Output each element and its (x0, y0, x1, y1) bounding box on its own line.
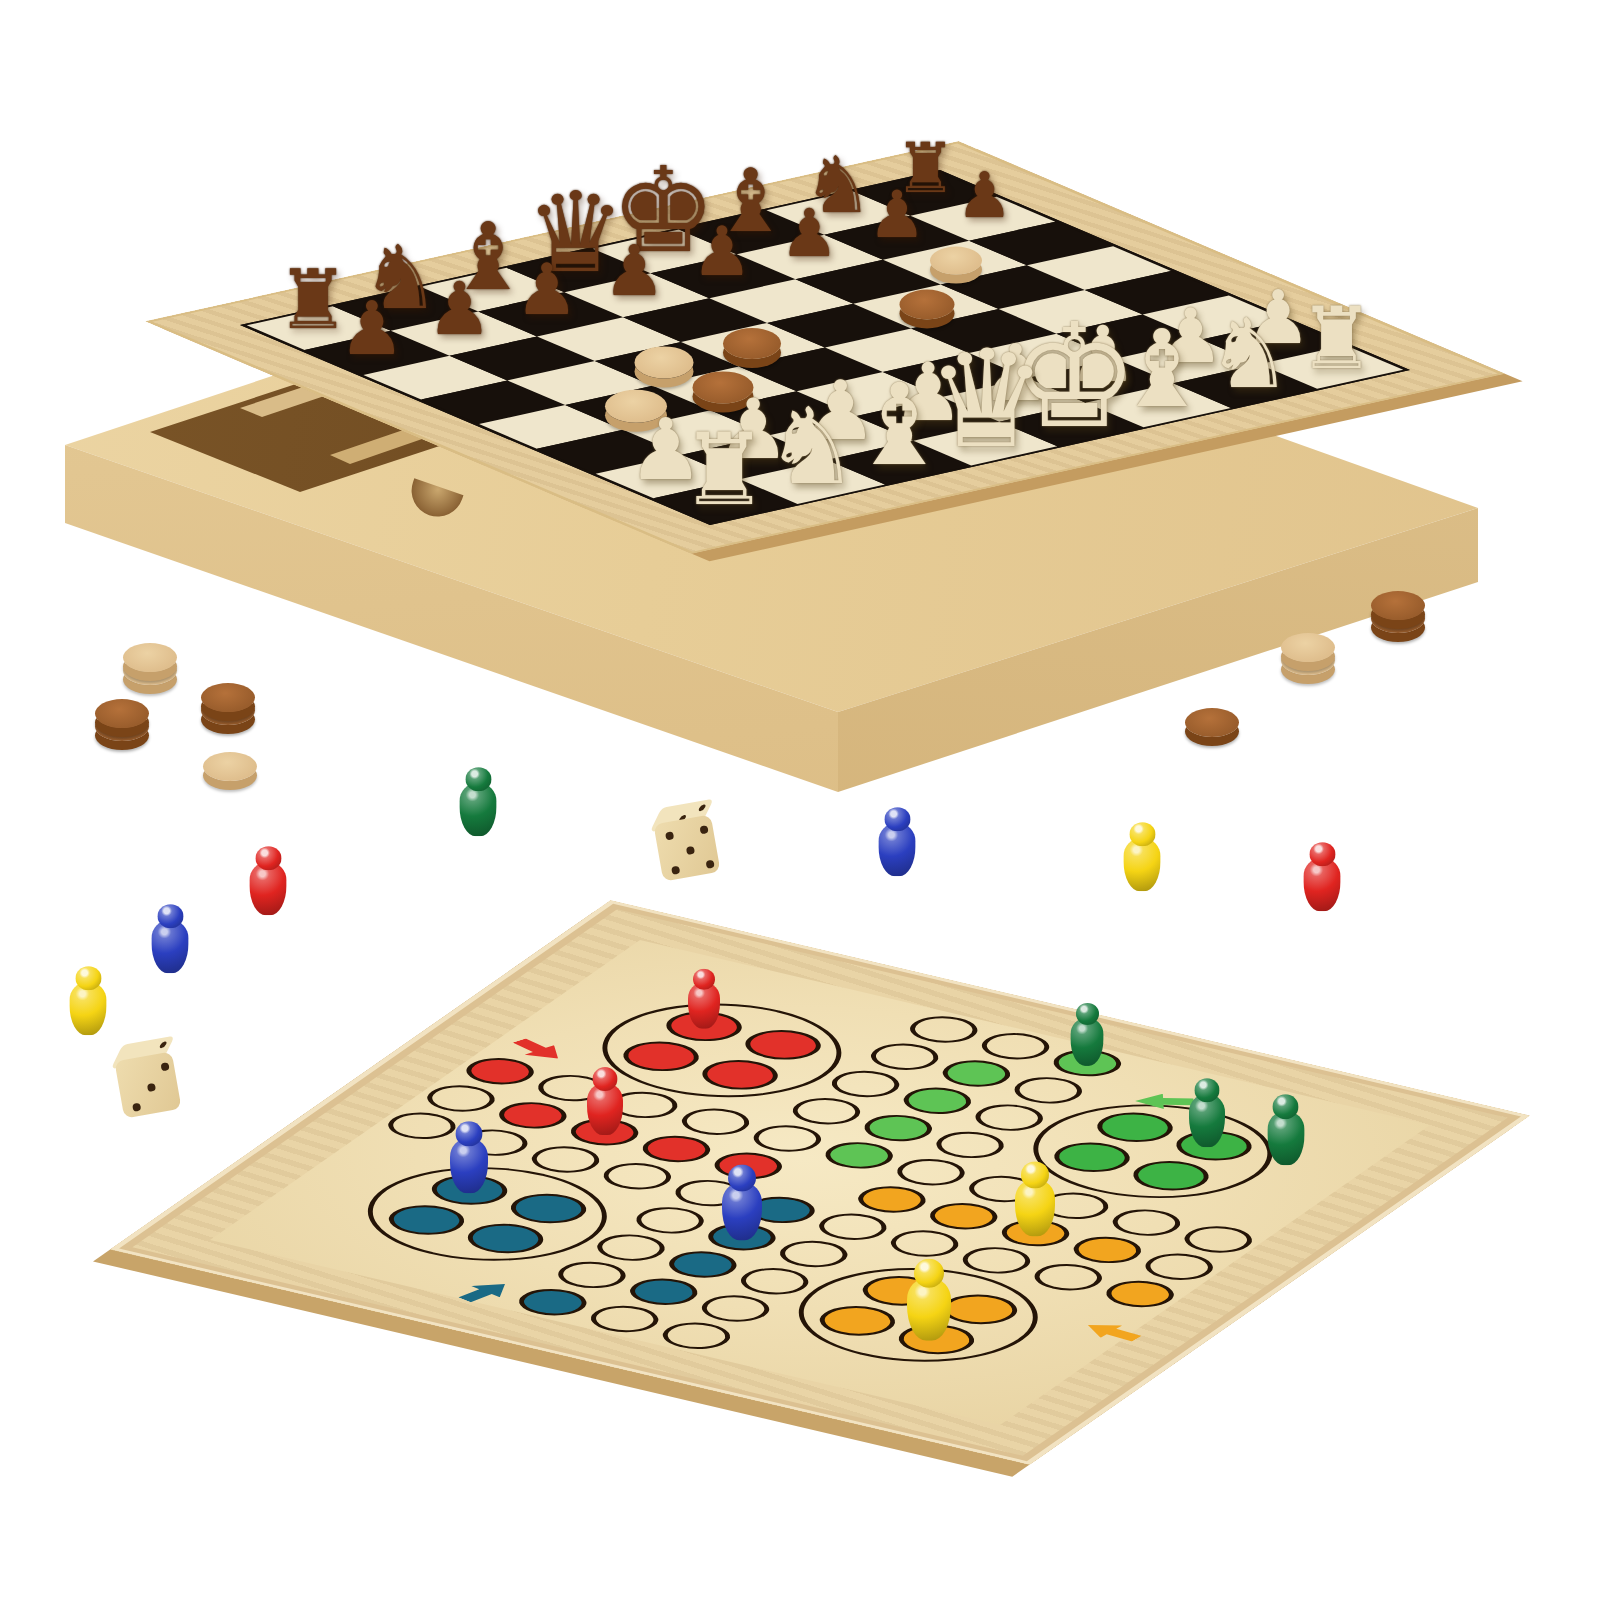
pawn-head (1129, 822, 1155, 846)
loose-checkers-disc (1371, 591, 1425, 620)
pawn-head (75, 966, 101, 990)
loose-ludo-pawn-red (1304, 858, 1341, 911)
checkers-disc (930, 246, 982, 274)
loose-ludo-pawn-green (460, 783, 497, 836)
ludo-track-field (820, 1066, 910, 1102)
ludo-track-field (547, 1257, 637, 1293)
pawn-head (1076, 1003, 1099, 1025)
ludo-pawn-blue-home-column (722, 1183, 762, 1241)
die-pip (133, 1103, 142, 1112)
black-chess-piece: ♟ (868, 182, 926, 247)
ludo-track-field (625, 1202, 715, 1238)
loose-ludo-pawn-blue (152, 920, 189, 973)
pawn-head (728, 1165, 756, 1192)
white-chess-piece: ♞ (764, 394, 859, 500)
loose-checkers-disc (201, 683, 255, 712)
pawn-head (1309, 842, 1335, 866)
white-chess-piece: ♜ (1298, 295, 1375, 381)
ludo-pawn-blue-base (450, 1138, 488, 1193)
pawn-body (1267, 1111, 1304, 1165)
ludo-track-field (742, 1120, 832, 1156)
pawn-head (255, 846, 281, 870)
wooden-die (653, 814, 720, 881)
ludo-track-field (964, 1100, 1054, 1136)
pawn-head (1273, 1094, 1299, 1119)
black-chess-piece: ♟ (427, 272, 492, 345)
ludo-track-field (886, 1154, 976, 1190)
loose-checkers-disc (123, 643, 177, 672)
ludo-track-field (925, 1127, 1015, 1163)
ludo-track-field (729, 1263, 819, 1299)
checkers-disc (635, 346, 694, 378)
ludo-yellow-field (1062, 1232, 1152, 1268)
die-front-face (653, 814, 720, 881)
loose-checkers-disc (95, 699, 149, 728)
ludo-yellow-field (919, 1198, 1009, 1234)
pawn-body (450, 1138, 488, 1193)
storage-box-finger-notch (405, 478, 464, 523)
die-pip (672, 866, 681, 875)
ludo-track-field (586, 1230, 676, 1266)
ludo-red-field (488, 1097, 578, 1133)
white-chess-piece: ♜ (680, 420, 769, 519)
ludo-blue-field (658, 1246, 748, 1282)
pawn-head (693, 969, 715, 990)
ludo-board (210, 940, 1430, 1425)
loose-ludo-pawn-yellow (1124, 838, 1161, 891)
ludo-track-field (416, 1080, 506, 1116)
ludo-pawn-red-home-column (587, 1083, 623, 1135)
ludo-track-field (1023, 1259, 1113, 1295)
pawn-head (592, 1067, 617, 1091)
pawn-head (465, 767, 491, 791)
ludo-track-field (808, 1209, 898, 1245)
ludo-track-field (859, 1039, 949, 1075)
wooden-die (114, 1051, 181, 1118)
pawn-head (884, 807, 910, 831)
loose-ludo-pawn-blue (879, 823, 916, 876)
ludo-pawn-yellow-base (907, 1278, 951, 1341)
ludo-green-field (892, 1083, 982, 1119)
ludo-track-field (592, 1158, 682, 1194)
ludo-track-field (781, 1093, 871, 1129)
ludo-track-field (879, 1225, 969, 1261)
ludo-track-field (1101, 1205, 1191, 1241)
die-pip (159, 1041, 168, 1049)
ludo-pawn-yellow-home-column (1015, 1179, 1055, 1236)
ludo-track-field (670, 1104, 760, 1140)
white-chess-piece: ♞ (1206, 306, 1292, 402)
loose-checkers-disc (1281, 633, 1335, 662)
loose-checkers-disc (203, 752, 257, 781)
pawn-body (1071, 1018, 1104, 1066)
die-pip (161, 1063, 170, 1072)
ludo-track-field (1003, 1072, 1093, 1108)
pawn-head (1021, 1161, 1049, 1188)
die-pip (700, 826, 709, 835)
ludo-red-field (455, 1053, 545, 1089)
pawn-head (1194, 1078, 1219, 1102)
black-chess-piece: ♟ (780, 200, 839, 266)
ludo-track-field (769, 1236, 859, 1272)
die-pip (665, 832, 674, 841)
black-chess-piece: ♟ (339, 291, 405, 365)
die-pip (706, 860, 715, 869)
ludo-pawn-green-base (1189, 1094, 1225, 1147)
checkers-disc (723, 328, 781, 359)
pawn-head (456, 1121, 483, 1146)
die-front-face (114, 1051, 181, 1118)
white-chess-piece: ♝ (849, 369, 950, 482)
ludo-green-field (931, 1055, 1021, 1091)
ludo-pawn-green-start-field (1071, 1018, 1104, 1066)
die-pip (147, 1083, 156, 1092)
die-pip (686, 846, 695, 855)
ludo-red-field (631, 1131, 721, 1167)
loose-ludo-pawn-yellow (70, 982, 107, 1035)
loose-ludo-pawn-red (250, 862, 287, 915)
ludo-track-field (690, 1290, 780, 1326)
ludo-green-field (814, 1137, 904, 1173)
ludo-pawn-red-base (688, 983, 720, 1029)
ludo-yellow-field (847, 1181, 937, 1217)
pawn-head (157, 904, 183, 928)
black-chess-piece: ♟ (691, 218, 752, 286)
ludo-pawn-green-base (1267, 1111, 1304, 1165)
ludo-blue-field (619, 1274, 709, 1310)
black-chess-piece: ♟ (956, 164, 1012, 227)
die-pip (698, 804, 707, 812)
loose-checkers-disc (1185, 708, 1239, 737)
black-chess-piece: ♟ (603, 236, 666, 306)
pawn-head (914, 1259, 944, 1288)
product-photo-canvas: ♜♞♝♛♚♝♞♜♟♟♟♟♟♟♟♟♟♟♟♟♟♟♟♟♜♞♝♛♚♝♞♜ (0, 0, 1600, 1600)
checkers-disc (899, 289, 954, 319)
black-chess-piece: ♟ (515, 254, 579, 325)
ludo-green-field (853, 1110, 943, 1146)
